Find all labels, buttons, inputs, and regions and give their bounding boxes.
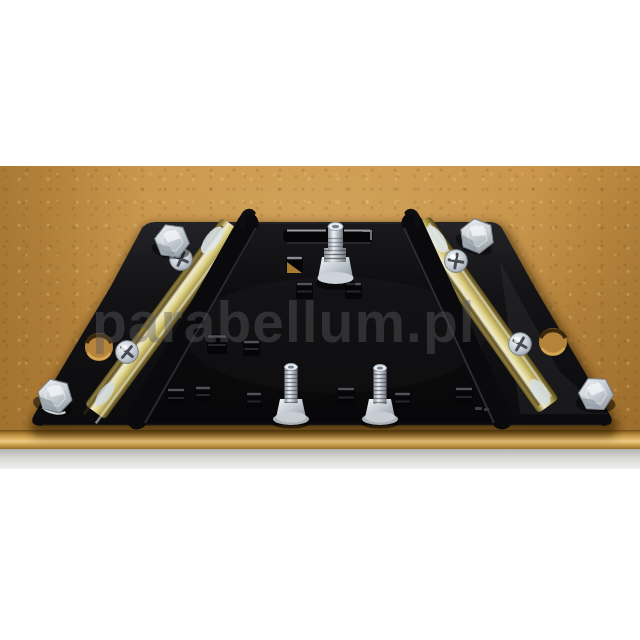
- tab: [296, 282, 313, 299]
- tab: [195, 386, 211, 402]
- right-wing-hole: [539, 328, 567, 356]
- tab: [337, 387, 355, 406]
- tab: [394, 392, 411, 409]
- mounting-plate-scene: [0, 0, 640, 640]
- phillips-screw: [116, 341, 139, 364]
- tab-hole-wood: [286, 256, 303, 273]
- tab: [455, 387, 473, 405]
- tab: [167, 388, 185, 406]
- phillips-screw: [509, 333, 532, 356]
- tab: [243, 340, 260, 356]
- photo-frame: parabellum.pl: [0, 0, 640, 640]
- tab: [246, 392, 262, 409]
- phillips-screw: [445, 250, 468, 273]
- left-wing-hole: [85, 333, 113, 361]
- tab: [207, 334, 227, 354]
